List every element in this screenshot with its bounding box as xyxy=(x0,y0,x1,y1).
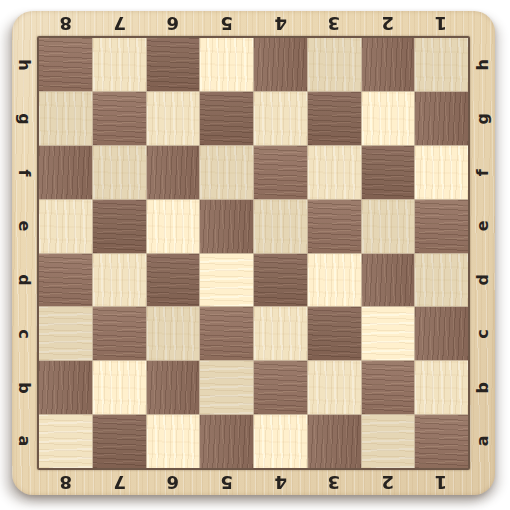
square-c2[interactable] xyxy=(362,307,415,360)
square-e7[interactable] xyxy=(93,200,146,253)
square-f4[interactable] xyxy=(254,146,307,199)
coordinate-label-top-4: 4 xyxy=(254,11,308,36)
square-c3[interactable] xyxy=(308,307,361,360)
square-d3[interactable] xyxy=(308,254,361,307)
square-b4[interactable] xyxy=(254,361,307,414)
square-c6[interactable] xyxy=(147,307,200,360)
square-g3[interactable] xyxy=(308,92,361,145)
square-c4[interactable] xyxy=(254,307,307,360)
coordinate-label-bottom-8: 8 xyxy=(39,470,93,495)
square-d5[interactable] xyxy=(200,254,253,307)
coordinate-label-bottom-2: 2 xyxy=(361,470,415,495)
chess-board-mousepad: 87654321 87654321 hgfedcba hgfedcba xyxy=(12,11,495,495)
square-b2[interactable] xyxy=(362,361,415,414)
coordinate-label-bottom-5: 5 xyxy=(200,470,254,495)
square-a7[interactable] xyxy=(93,415,146,468)
square-g4[interactable] xyxy=(254,92,307,145)
coordinate-label-top-2: 2 xyxy=(361,11,415,36)
square-f6[interactable] xyxy=(147,146,200,199)
square-c7[interactable] xyxy=(93,307,146,360)
square-a4[interactable] xyxy=(254,415,307,468)
coordinate-label-top-6: 6 xyxy=(146,11,200,36)
square-f7[interactable] xyxy=(93,146,146,199)
square-c8[interactable] xyxy=(39,307,92,360)
square-d2[interactable] xyxy=(362,254,415,307)
file-labels-bottom: 87654321 xyxy=(39,470,468,495)
square-f8[interactable] xyxy=(39,146,92,199)
square-d8[interactable] xyxy=(39,254,92,307)
square-f1[interactable] xyxy=(415,146,468,199)
square-e6[interactable] xyxy=(147,200,200,253)
square-a8[interactable] xyxy=(39,415,92,468)
coordinate-label-top-1: 1 xyxy=(414,11,468,36)
square-a2[interactable] xyxy=(362,415,415,468)
square-e1[interactable] xyxy=(415,200,468,253)
square-g6[interactable] xyxy=(147,92,200,145)
square-b3[interactable] xyxy=(308,361,361,414)
square-a3[interactable] xyxy=(308,415,361,468)
square-d7[interactable] xyxy=(93,254,146,307)
coordinate-label-top-5: 5 xyxy=(200,11,254,36)
square-a5[interactable] xyxy=(200,415,253,468)
board-squares xyxy=(39,38,468,468)
square-h5[interactable] xyxy=(200,38,253,91)
square-e5[interactable] xyxy=(200,200,253,253)
square-d1[interactable] xyxy=(415,254,468,307)
square-g7[interactable] xyxy=(93,92,146,145)
square-f2[interactable] xyxy=(362,146,415,199)
square-g1[interactable] xyxy=(415,92,468,145)
square-a6[interactable] xyxy=(147,415,200,468)
coordinate-label-top-3: 3 xyxy=(307,11,361,36)
coordinate-label-bottom-4: 4 xyxy=(254,470,308,495)
coordinate-label-bottom-6: 6 xyxy=(146,470,200,495)
square-e8[interactable] xyxy=(39,200,92,253)
square-g2[interactable] xyxy=(362,92,415,145)
square-h3[interactable] xyxy=(308,38,361,91)
square-e2[interactable] xyxy=(362,200,415,253)
square-e3[interactable] xyxy=(308,200,361,253)
file-labels-top: 87654321 xyxy=(39,11,468,36)
coordinate-label-top-7: 7 xyxy=(93,11,147,36)
square-c5[interactable] xyxy=(200,307,253,360)
square-h6[interactable] xyxy=(147,38,200,91)
square-h7[interactable] xyxy=(93,38,146,91)
square-b6[interactable] xyxy=(147,361,200,414)
square-g5[interactable] xyxy=(200,92,253,145)
coordinate-label-bottom-3: 3 xyxy=(307,470,361,495)
rank-labels-right: hgfedcba xyxy=(470,38,495,468)
square-d4[interactable] xyxy=(254,254,307,307)
square-b8[interactable] xyxy=(39,361,92,414)
square-d6[interactable] xyxy=(147,254,200,307)
square-f5[interactable] xyxy=(200,146,253,199)
coordinate-label-bottom-1: 1 xyxy=(414,470,468,495)
square-b7[interactable] xyxy=(93,361,146,414)
square-h1[interactable] xyxy=(415,38,468,91)
square-b5[interactable] xyxy=(200,361,253,414)
square-b1[interactable] xyxy=(415,361,468,414)
square-h8[interactable] xyxy=(39,38,92,91)
square-h4[interactable] xyxy=(254,38,307,91)
square-e4[interactable] xyxy=(254,200,307,253)
coordinate-label-top-8: 8 xyxy=(39,11,93,36)
square-a1[interactable] xyxy=(415,415,468,468)
square-g8[interactable] xyxy=(39,92,92,145)
square-c1[interactable] xyxy=(415,307,468,360)
coordinate-label-bottom-7: 7 xyxy=(93,470,147,495)
square-h2[interactable] xyxy=(362,38,415,91)
rank-labels-left: hgfedcba xyxy=(12,38,37,468)
square-f3[interactable] xyxy=(308,146,361,199)
